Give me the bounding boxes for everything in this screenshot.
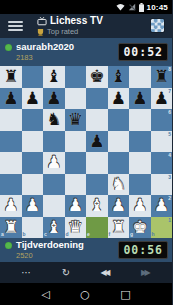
black-pawn[interactable]: ♟ [132, 89, 147, 106]
online-indicator [5, 242, 12, 249]
black-knight[interactable]: ♞ [46, 111, 61, 128]
square-h8[interactable]: 8♜ [151, 66, 173, 88]
square-d2[interactable]: ♟ [65, 195, 87, 217]
square-g7[interactable]: ♟ [129, 88, 151, 110]
black-queen[interactable]: ♛ [68, 111, 83, 128]
tv-icon [37, 17, 47, 26]
square-e4[interactable] [86, 152, 108, 174]
square-e3[interactable] [86, 174, 108, 196]
top-player-name: saurabh2020 [16, 42, 74, 52]
rank-label-3: 3 [168, 175, 171, 180]
square-f6[interactable] [108, 109, 130, 131]
square-e6[interactable] [86, 109, 108, 131]
android-status-bar: 10:45 [0, 0, 172, 14]
square-g2[interactable]: ♟ [129, 195, 151, 217]
file-label-b: b [23, 232, 26, 237]
white-king[interactable]: ♚ [132, 218, 147, 235]
square-b6[interactable] [22, 109, 44, 131]
android-nav-bar: ◁ ○ □ [0, 283, 172, 305]
status-clock: 10:45 [147, 3, 168, 12]
square-a1[interactable]: a♜ [0, 217, 22, 239]
rank-label-6: 6 [168, 110, 171, 115]
square-c8[interactable]: ♝ [43, 66, 65, 88]
file-label-e: e [87, 232, 90, 237]
chess-board[interactable]: ♜♝♚♝8♜♟♟♟♟♟7♟♞♛6♟5♟4♞3♟♟♟♝♟♟2♟a♜bc♝d♛ef♜… [0, 66, 172, 238]
square-c1[interactable]: c♝ [43, 217, 65, 239]
square-d6[interactable]: ♛ [65, 109, 87, 131]
square-c6[interactable]: ♞ [43, 109, 65, 131]
white-pawn[interactable]: ♟ [25, 197, 40, 214]
battery-icon [139, 3, 144, 12]
square-d7[interactable] [65, 88, 87, 110]
white-pawn[interactable]: ♟ [3, 197, 18, 214]
top-player-clock: 00:52 [118, 43, 168, 61]
square-a5[interactable] [0, 131, 22, 153]
square-h1[interactable]: 1h [151, 217, 173, 239]
white-queen[interactable]: ♛ [68, 218, 83, 235]
board-theme-icon[interactable] [151, 19, 164, 32]
square-b1[interactable]: b [22, 217, 44, 239]
black-pawn[interactable]: ♟ [154, 89, 169, 106]
white-rook[interactable]: ♜ [3, 218, 18, 235]
square-e5[interactable]: ♟ [86, 131, 108, 153]
black-pawn[interactable]: ♟ [111, 89, 126, 106]
square-a7[interactable]: ♟ [0, 88, 22, 110]
square-e8[interactable]: ♚ [86, 66, 108, 88]
square-h5[interactable]: 5 [151, 131, 173, 153]
square-g3[interactable] [129, 174, 151, 196]
rank-label-5: 5 [168, 132, 171, 137]
channel-subtitle: Top rated [47, 28, 78, 36]
white-pawn[interactable]: ♟ [68, 197, 83, 214]
white-knight[interactable]: ♞ [111, 175, 126, 192]
trophy-icon [37, 29, 44, 36]
square-b3[interactable] [22, 174, 44, 196]
square-f4[interactable] [108, 152, 130, 174]
square-b2[interactable]: ♟ [22, 195, 44, 217]
square-b7[interactable]: ♟ [22, 88, 44, 110]
square-g8[interactable] [129, 66, 151, 88]
square-a6[interactable] [0, 109, 22, 131]
square-g4[interactable] [129, 152, 151, 174]
home-icon[interactable]: ○ [80, 289, 90, 300]
page-title: Lichess TV [50, 16, 103, 26]
bottom-player-name: Tijdverdoening [16, 240, 84, 250]
black-pawn[interactable]: ♟ [89, 132, 104, 149]
app-header: Lichess TV Top rated [0, 14, 172, 38]
online-indicator [5, 44, 12, 51]
bottom-player-clock: 00:56 [118, 241, 168, 259]
white-pawn[interactable]: ♟ [111, 197, 126, 214]
square-h6[interactable]: 6 [151, 109, 173, 131]
more-icon[interactable]: ⋯ [21, 268, 31, 278]
recents-icon[interactable]: □ [120, 289, 130, 300]
white-pawn[interactable]: ♟ [46, 154, 61, 171]
square-c3[interactable] [43, 174, 65, 196]
square-a2[interactable]: ♟ [0, 195, 22, 217]
square-g6[interactable] [129, 109, 151, 131]
square-f5[interactable] [108, 131, 130, 153]
square-e1[interactable]: e [86, 217, 108, 239]
lichess-tv-app: 10:45 Lichess TV Top rated sa [0, 0, 172, 305]
square-d3[interactable] [65, 174, 87, 196]
black-bishop[interactable]: ♝ [111, 68, 126, 85]
black-pawn[interactable]: ♟ [46, 89, 61, 106]
square-c5[interactable] [43, 131, 65, 153]
square-a8[interactable]: ♜ [0, 66, 22, 88]
forward-icon[interactable]: ▶▶ [141, 269, 151, 277]
sync-icon[interactable]: ↻ [62, 268, 70, 278]
square-b8[interactable] [22, 66, 44, 88]
square-h2[interactable]: 2♟ [151, 195, 173, 217]
black-rook[interactable]: ♜ [3, 68, 18, 85]
file-label-h: h [152, 232, 155, 237]
header-title-block: Lichess TV Top rated [37, 16, 103, 36]
square-e2[interactable]: ♝ [86, 195, 108, 217]
no-signal-icon [128, 3, 136, 11]
square-f2[interactable]: ♟ [108, 195, 130, 217]
rank-label-1: 1 [168, 218, 171, 223]
square-c2[interactable] [43, 195, 65, 217]
square-f3[interactable]: ♞ [108, 174, 130, 196]
square-h3[interactable]: 3 [151, 174, 173, 196]
bottom-player-rating: 2520 [16, 252, 84, 260]
black-rook[interactable]: ♜ [154, 68, 169, 85]
white-rook[interactable]: ♜ [111, 218, 126, 235]
square-f7[interactable]: ♟ [108, 88, 130, 110]
square-h4[interactable]: 4 [151, 152, 173, 174]
square-b4[interactable] [22, 152, 44, 174]
black-pawn[interactable]: ♟ [25, 89, 40, 106]
back-icon[interactable]: ◁ [41, 289, 49, 300]
square-c7[interactable]: ♟ [43, 88, 65, 110]
black-bishop[interactable]: ♝ [46, 68, 61, 85]
black-king[interactable]: ♚ [89, 68, 104, 85]
white-bishop[interactable]: ♝ [46, 218, 61, 235]
white-bishop[interactable]: ♝ [89, 197, 104, 214]
white-pawn[interactable]: ♟ [154, 197, 169, 214]
wifi-icon [116, 3, 125, 11]
game-toolbar: ⋯ ↻ ◀◀ ▶▶ [0, 262, 172, 283]
square-a4[interactable] [0, 152, 22, 174]
square-f1[interactable]: f♜ [108, 217, 130, 239]
square-d4[interactable] [65, 152, 87, 174]
square-g1[interactable]: g♚ [129, 217, 151, 239]
square-d8[interactable] [65, 66, 87, 88]
black-pawn[interactable]: ♟ [3, 89, 18, 106]
square-e7[interactable] [86, 88, 108, 110]
square-d1[interactable]: d♛ [65, 217, 87, 239]
white-pawn[interactable]: ♟ [132, 197, 147, 214]
square-g5[interactable] [129, 131, 151, 153]
square-h7[interactable]: 7♟ [151, 88, 173, 110]
bottom-player-bar[interactable]: Tijdverdoening 2520 00:56 [0, 238, 172, 262]
rank-label-4: 4 [168, 153, 171, 158]
top-player-bar[interactable]: saurabh2020 2183 00:52 [0, 38, 172, 66]
rewind-icon[interactable]: ◀◀ [101, 269, 111, 277]
square-f8[interactable]: ♝ [108, 66, 130, 88]
square-d5[interactable] [65, 131, 87, 153]
menu-icon[interactable] [8, 21, 23, 31]
square-b5[interactable] [22, 131, 44, 153]
square-a3[interactable] [0, 174, 22, 196]
top-player-rating: 2183 [16, 54, 74, 62]
square-c4[interactable]: ♟ [43, 152, 65, 174]
